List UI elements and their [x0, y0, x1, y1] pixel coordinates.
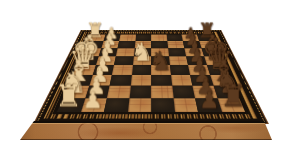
square-d6[interactable]: [170, 65, 191, 75]
white-rook-a1[interactable]: ♜: [55, 81, 82, 111]
black-knight-d5[interactable]: ♞: [149, 48, 173, 74]
square-c4[interactable]: [130, 75, 151, 86]
square-c5[interactable]: [151, 75, 172, 86]
chess-set-photo: ♜♟♟♜♟♟♝♟♟♝♚♟♞♟♚♛♟♞♟♛♝♟♟♝♞♟♟♞♜♟♟♜: [0, 0, 290, 145]
square-a5[interactable]: [151, 98, 175, 112]
square-c3[interactable]: [110, 75, 132, 86]
square-d3[interactable]: [112, 65, 133, 75]
square-a3[interactable]: [104, 98, 129, 112]
square-a2[interactable]: ♟: [80, 98, 107, 112]
square-a4[interactable]: [127, 98, 151, 112]
board-grid: ♜♟♟♜♟♟♝♟♟♝♚♟♞♟♚♛♟♞♟♛♝♟♟♝♞♟♟♞♜♟♟♜: [57, 35, 245, 113]
square-a7[interactable]: ♟: [195, 98, 222, 112]
square-a6[interactable]: [173, 98, 198, 112]
black-pawn-a7[interactable]: ♟: [199, 88, 219, 111]
square-d5[interactable]: ♞: [151, 65, 171, 75]
chess-board: ♜♟♟♜♟♟♝♟♟♝♚♟♞♟♚♛♟♞♟♛♝♟♟♝♞♟♟♞♜♟♟♜: [35, 30, 267, 123]
square-c6[interactable]: [171, 75, 193, 86]
black-rook-a8[interactable]: ♜: [219, 81, 246, 111]
square-a8[interactable]: ♜: [217, 98, 245, 112]
white-pawn-a2[interactable]: ♟: [82, 88, 102, 111]
square-a1[interactable]: ♜: [57, 98, 85, 112]
